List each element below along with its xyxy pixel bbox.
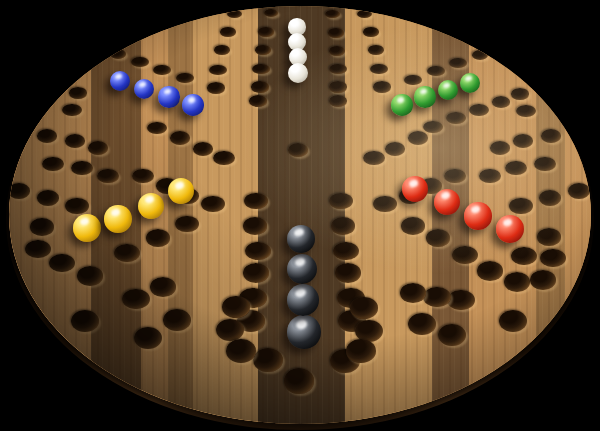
marble-red[interactable]	[496, 215, 524, 243]
board-hole[interactable]	[540, 249, 565, 268]
board-hole[interactable]	[329, 95, 348, 107]
board-hole[interactable]	[492, 96, 511, 108]
board-hole[interactable]	[37, 190, 60, 206]
board-hole[interactable]	[328, 28, 344, 37]
board-hole[interactable]	[329, 81, 347, 92]
board-hole[interactable]	[110, 49, 127, 59]
board-hole[interactable]	[493, 43, 509, 53]
board-hole[interactable]	[426, 229, 451, 247]
board-hole[interactable]	[71, 310, 99, 332]
board-hole[interactable]	[477, 261, 503, 280]
center-hole[interactable]	[288, 143, 309, 157]
board-hole[interactable]	[490, 141, 511, 155]
board-hole[interactable]	[150, 277, 177, 297]
board-hole[interactable]	[534, 157, 555, 171]
board-hole[interactable]	[568, 183, 591, 198]
board-hole[interactable]	[25, 240, 50, 258]
board-hole[interactable]	[469, 104, 488, 116]
board-hole[interactable]	[505, 161, 527, 175]
board-hole[interactable]	[452, 246, 477, 264]
board-hole[interactable]	[511, 88, 529, 99]
board-hole[interactable]	[449, 58, 466, 68]
marble-green[interactable]	[414, 86, 435, 107]
board-hole[interactable]	[163, 309, 191, 331]
board-hole[interactable]	[193, 142, 214, 156]
board-hole[interactable]	[350, 297, 378, 318]
board-hole[interactable]	[49, 254, 75, 273]
board-hole[interactable]	[284, 368, 315, 393]
marble-blue[interactable]	[110, 71, 130, 91]
board-hole[interactable]	[89, 42, 105, 52]
board-hole[interactable]	[253, 348, 283, 372]
board-hole[interactable]	[226, 339, 255, 362]
board-hole[interactable]	[255, 45, 272, 55]
board-hole[interactable]	[252, 64, 269, 74]
board-hole[interactable]	[363, 27, 379, 36]
board-hole[interactable]	[447, 290, 474, 311]
board-hole[interactable]	[368, 45, 385, 55]
board-hole[interactable]	[153, 65, 170, 75]
board-hole[interactable]	[329, 193, 352, 209]
board-hole[interactable]	[30, 218, 54, 235]
board-hole[interactable]	[446, 112, 465, 124]
marble-yellow[interactable]	[168, 178, 194, 204]
marble-yellow[interactable]	[104, 205, 131, 232]
board-hole[interactable]	[363, 151, 384, 165]
board-hole[interactable]	[408, 131, 428, 144]
board-hole[interactable]	[504, 272, 531, 292]
marble-blue[interactable]	[182, 94, 203, 115]
board-hole[interactable]	[516, 105, 535, 117]
marble-black[interactable]	[287, 284, 319, 316]
board-hole[interactable]	[249, 95, 268, 107]
board-hole[interactable]	[176, 73, 194, 84]
board-hole[interactable]	[213, 151, 234, 165]
board-hole[interactable]	[511, 247, 536, 266]
board-hole[interactable]	[513, 134, 533, 147]
board-hole[interactable]	[245, 242, 270, 260]
marble-green[interactable]	[391, 94, 412, 115]
board-hole[interactable]	[333, 242, 358, 260]
board-hole[interactable]	[329, 64, 346, 74]
board-hole[interactable]	[251, 81, 269, 92]
marble-red[interactable]	[402, 176, 428, 202]
board-hole[interactable]	[385, 142, 406, 156]
board-hole[interactable]	[427, 66, 444, 76]
board-hole[interactable]	[220, 27, 236, 36]
board-hole[interactable]	[331, 217, 355, 234]
marble-white[interactable]	[288, 63, 308, 83]
board-hole[interactable]	[122, 289, 149, 310]
board-hole[interactable]	[243, 217, 267, 234]
board-hole[interactable]	[114, 244, 139, 262]
board-hole[interactable]	[373, 81, 391, 92]
board-hole[interactable]	[509, 198, 532, 214]
marble-black[interactable]	[287, 254, 317, 284]
board-hole[interactable]	[214, 45, 231, 55]
board-hole[interactable]	[472, 50, 489, 60]
board-hole[interactable]	[77, 266, 103, 286]
board-hole[interactable]	[207, 82, 225, 93]
board-hole[interactable]	[370, 64, 387, 74]
board-hole[interactable]	[539, 190, 562, 206]
board-hole[interactable]	[65, 198, 88, 214]
board-hole[interactable]	[42, 157, 63, 171]
marble-blue[interactable]	[158, 86, 179, 107]
board-hole[interactable]	[62, 104, 81, 116]
board-hole[interactable]	[209, 65, 226, 75]
board-hole[interactable]	[146, 229, 171, 247]
board-hole[interactable]	[329, 46, 346, 56]
board-hole[interactable]	[243, 263, 269, 282]
board-hole[interactable]	[9, 183, 30, 198]
marble-black[interactable]	[287, 315, 320, 348]
board-hole[interactable]	[537, 228, 562, 246]
board-hole[interactable]	[408, 313, 436, 335]
board-hole[interactable]	[541, 129, 561, 142]
board-hole[interactable]	[499, 310, 527, 332]
board-hole[interactable]	[147, 122, 167, 135]
board-hole[interactable]	[401, 217, 425, 234]
photo-background	[0, 0, 600, 431]
board-hole[interactable]	[530, 270, 556, 290]
board-hole[interactable]	[346, 339, 375, 362]
board-hole[interactable]	[37, 129, 57, 142]
board-hole[interactable]	[131, 57, 148, 67]
board-hole[interactable]	[170, 131, 190, 144]
marble-yellow[interactable]	[73, 214, 101, 242]
marble-red[interactable]	[464, 202, 491, 229]
board-hole[interactable]	[335, 263, 361, 282]
board-hole[interactable]	[244, 193, 267, 209]
board-hole[interactable]	[423, 121, 443, 134]
board-hole[interactable]	[71, 161, 93, 175]
aggravation-board	[9, 6, 591, 424]
board-hole[interactable]	[69, 87, 87, 98]
board-hole[interactable]	[423, 287, 450, 308]
board-hole[interactable]	[65, 134, 85, 147]
board-hole[interactable]	[222, 296, 250, 317]
board-hole[interactable]	[201, 196, 224, 212]
board-hole[interactable]	[373, 196, 396, 212]
board-hole[interactable]	[258, 27, 274, 36]
board-hole[interactable]	[88, 141, 109, 155]
